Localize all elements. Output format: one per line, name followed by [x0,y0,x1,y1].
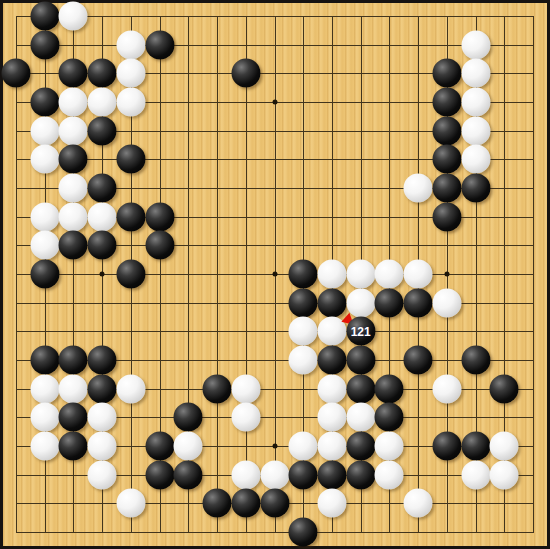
stone-white[interactable] [116,59,145,88]
stone-black[interactable] [317,288,346,317]
stone-black[interactable] [317,460,346,489]
stone-white[interactable] [346,288,375,317]
stone-white[interactable] [116,374,145,403]
stone-white[interactable] [231,374,260,403]
move-number-label: 121 [351,325,371,337]
stone-black[interactable] [116,260,145,289]
stone-black[interactable] [375,403,404,432]
stone-black[interactable] [59,145,88,174]
stone-black[interactable] [59,59,88,88]
go-board[interactable]: 121 [0,0,550,549]
stone-black[interactable] [289,460,318,489]
stone-white[interactable] [461,30,490,59]
stone-black[interactable] [432,202,461,231]
stone-black[interactable] [203,489,232,518]
stone-black[interactable] [88,231,117,260]
stone-white[interactable] [59,2,88,31]
stone-black[interactable] [174,460,203,489]
stone-black[interactable] [461,174,490,203]
stone-black[interactable] [346,374,375,403]
stone-black[interactable] [30,88,59,117]
stone-white[interactable] [30,231,59,260]
stone-black[interactable] [289,260,318,289]
stone-white[interactable] [404,489,433,518]
stone-black[interactable] [289,288,318,317]
stone-white[interactable] [59,374,88,403]
stone-white[interactable] [59,202,88,231]
stone-white[interactable] [88,88,117,117]
star-point [272,444,277,449]
stone-white[interactable] [461,59,490,88]
stone-black[interactable] [59,231,88,260]
stone-black[interactable] [317,346,346,375]
stone-white[interactable] [231,460,260,489]
stone-black[interactable] [30,2,59,31]
stone-black[interactable] [231,489,260,518]
stone-black[interactable] [432,432,461,461]
stone-black[interactable] [404,288,433,317]
stone-black[interactable] [174,403,203,432]
grid-line-horizontal [16,532,534,533]
stone-white[interactable] [317,432,346,461]
stone-black[interactable] [145,30,174,59]
stone-black[interactable] [145,460,174,489]
stone-last-move[interactable]: 121 [346,317,375,346]
stone-black[interactable] [116,145,145,174]
stone-white[interactable] [490,432,519,461]
stone-black[interactable] [59,432,88,461]
stone-white[interactable] [289,346,318,375]
stone-white[interactable] [346,260,375,289]
stone-white[interactable] [375,460,404,489]
stone-black[interactable] [260,489,289,518]
stone-black[interactable] [88,346,117,375]
stone-black[interactable] [375,288,404,317]
stone-white[interactable] [88,432,117,461]
stone-black[interactable] [88,59,117,88]
stone-black[interactable] [346,346,375,375]
stone-white[interactable] [88,403,117,432]
stone-black[interactable] [88,174,117,203]
stone-black[interactable] [145,202,174,231]
stone-white[interactable] [375,432,404,461]
stone-black[interactable] [432,145,461,174]
grid-line-vertical [533,16,534,533]
stone-white[interactable] [461,116,490,145]
stone-black[interactable] [203,374,232,403]
stone-black[interactable] [88,116,117,145]
stone-white[interactable] [116,30,145,59]
stone-black[interactable] [289,518,318,547]
stone-white[interactable] [88,202,117,231]
stone-black[interactable] [432,174,461,203]
stone-white[interactable] [30,432,59,461]
stone-black[interactable] [88,374,117,403]
stone-white[interactable] [30,116,59,145]
stone-white[interactable] [59,88,88,117]
stone-white[interactable] [289,317,318,346]
stone-black[interactable] [461,432,490,461]
go-game-screenshot: 121 [0,0,550,549]
stone-white[interactable] [88,460,117,489]
stone-white[interactable] [346,403,375,432]
stone-white[interactable] [116,489,145,518]
stone-white[interactable] [317,260,346,289]
stone-black[interactable] [375,374,404,403]
stone-white[interactable] [317,403,346,432]
stone-black[interactable] [145,231,174,260]
stone-black[interactable] [231,59,260,88]
stone-white[interactable] [289,432,318,461]
stone-black[interactable] [2,59,31,88]
stone-white[interactable] [59,116,88,145]
stone-white[interactable] [461,460,490,489]
stone-black[interactable] [432,59,461,88]
star-point [444,272,449,277]
stone-white[interactable] [30,145,59,174]
stone-black[interactable] [30,260,59,289]
stone-white[interactable] [59,174,88,203]
stone-black[interactable] [432,88,461,117]
stone-black[interactable] [346,460,375,489]
stone-black[interactable] [59,346,88,375]
stone-black[interactable] [116,202,145,231]
stone-black[interactable] [432,116,461,145]
stone-black[interactable] [490,374,519,403]
grid-line-horizontal [16,331,534,332]
stone-white[interactable] [490,460,519,489]
stone-black[interactable] [145,432,174,461]
stone-white[interactable] [461,145,490,174]
stone-white[interactable] [317,489,346,518]
star-point [100,272,105,277]
stone-black[interactable] [346,432,375,461]
stone-white[interactable] [432,288,461,317]
stone-white[interactable] [404,174,433,203]
stone-white[interactable] [30,202,59,231]
stone-white[interactable] [174,432,203,461]
stone-black[interactable] [461,346,490,375]
stone-black[interactable] [59,403,88,432]
stone-black[interactable] [30,30,59,59]
star-point [272,100,277,105]
stone-black[interactable] [30,346,59,375]
stone-white[interactable] [461,88,490,117]
stone-white[interactable] [30,403,59,432]
stone-white[interactable] [432,374,461,403]
stone-white[interactable] [317,374,346,403]
stone-white[interactable] [260,460,289,489]
stone-white[interactable] [30,374,59,403]
stone-white[interactable] [375,260,404,289]
stone-black[interactable] [404,346,433,375]
star-point [272,272,277,277]
stone-white[interactable] [404,260,433,289]
stone-white[interactable] [116,88,145,117]
stone-white[interactable] [231,403,260,432]
